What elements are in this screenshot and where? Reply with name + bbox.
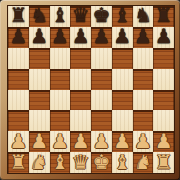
square-g1[interactable]: ♞ (133, 152, 154, 173)
square-f5[interactable] (112, 69, 133, 90)
square-a6[interactable] (8, 48, 29, 69)
chess-board[interactable]: ♜♞♝♛♚♝♞♜♟♟♟♟♟♟♟♟♟♟♟♟♟♟♟♟♜♞♝♛♚♝♞♜ (7, 5, 175, 174)
square-f4[interactable] (112, 90, 133, 111)
square-g5[interactable] (133, 69, 154, 90)
square-d5[interactable] (70, 69, 91, 90)
piece-white-rook[interactable]: ♜ (9, 152, 27, 172)
piece-white-king[interactable]: ♚ (92, 152, 110, 172)
square-b7[interactable]: ♟ (29, 27, 50, 48)
square-b5[interactable] (29, 69, 50, 90)
square-d1[interactable]: ♛ (70, 152, 91, 173)
piece-white-pawn[interactable]: ♟ (9, 131, 27, 151)
square-f6[interactable] (112, 48, 133, 69)
piece-black-pawn[interactable]: ♟ (92, 26, 110, 46)
piece-black-pawn[interactable]: ♟ (30, 26, 48, 46)
square-b1[interactable]: ♞ (29, 152, 50, 173)
piece-white-rook[interactable]: ♜ (155, 152, 173, 172)
square-h4[interactable] (153, 90, 174, 111)
square-b6[interactable] (29, 48, 50, 69)
piece-white-queen[interactable]: ♛ (72, 152, 90, 172)
square-b4[interactable] (29, 90, 50, 111)
square-e4[interactable] (91, 90, 112, 111)
square-e6[interactable] (91, 48, 112, 69)
square-c1[interactable]: ♝ (50, 152, 71, 173)
piece-white-pawn[interactable]: ♟ (155, 131, 173, 151)
square-e5[interactable] (91, 69, 112, 90)
square-d7[interactable]: ♟ (70, 27, 91, 48)
piece-black-bishop[interactable]: ♝ (51, 5, 69, 25)
piece-black-pawn[interactable]: ♟ (155, 26, 173, 46)
square-e7[interactable]: ♟ (91, 27, 112, 48)
square-e1[interactable]: ♚ (91, 152, 112, 173)
piece-white-bishop[interactable]: ♝ (51, 152, 69, 172)
square-a1[interactable]: ♜ (8, 152, 29, 173)
square-c6[interactable] (50, 48, 71, 69)
square-c7[interactable]: ♟ (50, 27, 71, 48)
piece-white-pawn[interactable]: ♟ (134, 131, 152, 151)
piece-white-pawn[interactable]: ♟ (92, 131, 110, 151)
piece-black-queen[interactable]: ♛ (72, 5, 90, 25)
piece-black-knight[interactable]: ♞ (134, 5, 152, 25)
square-c5[interactable] (50, 69, 71, 90)
piece-black-rook[interactable]: ♜ (9, 5, 27, 25)
piece-white-pawn[interactable]: ♟ (30, 131, 48, 151)
piece-white-knight[interactable]: ♞ (30, 152, 48, 172)
square-h1[interactable]: ♜ (153, 152, 174, 173)
piece-black-knight[interactable]: ♞ (30, 5, 48, 25)
square-a5[interactable] (8, 69, 29, 90)
piece-black-pawn[interactable]: ♟ (9, 26, 27, 46)
square-h6[interactable] (153, 48, 174, 69)
square-d6[interactable] (70, 48, 91, 69)
square-g6[interactable] (133, 48, 154, 69)
square-g7[interactable]: ♟ (133, 27, 154, 48)
square-d4[interactable] (70, 90, 91, 111)
square-f7[interactable]: ♟ (112, 27, 133, 48)
square-a4[interactable] (8, 90, 29, 111)
piece-black-pawn[interactable]: ♟ (72, 26, 90, 46)
piece-black-pawn[interactable]: ♟ (134, 26, 152, 46)
piece-white-bishop[interactable]: ♝ (113, 152, 131, 172)
square-g4[interactable] (133, 90, 154, 111)
piece-black-pawn[interactable]: ♟ (113, 26, 131, 46)
piece-black-pawn[interactable]: ♟ (51, 26, 69, 46)
piece-white-pawn[interactable]: ♟ (51, 131, 69, 151)
chess-app-screenshot: ♜♞♝♛♚♝♞♜♟♟♟♟♟♟♟♟♟♟♟♟♟♟♟♟♜♞♝♛♚♝♞♜ (0, 0, 180, 180)
square-h7[interactable]: ♟ (153, 27, 174, 48)
piece-black-rook[interactable]: ♜ (155, 5, 173, 25)
square-h5[interactable] (153, 69, 174, 90)
square-c4[interactable] (50, 90, 71, 111)
piece-black-king[interactable]: ♚ (92, 5, 110, 25)
square-f1[interactable]: ♝ (112, 152, 133, 173)
piece-black-bishop[interactable]: ♝ (113, 5, 131, 25)
piece-white-knight[interactable]: ♞ (134, 152, 152, 172)
piece-white-pawn[interactable]: ♟ (72, 131, 90, 151)
square-a7[interactable]: ♟ (8, 27, 29, 48)
piece-white-pawn[interactable]: ♟ (113, 131, 131, 151)
